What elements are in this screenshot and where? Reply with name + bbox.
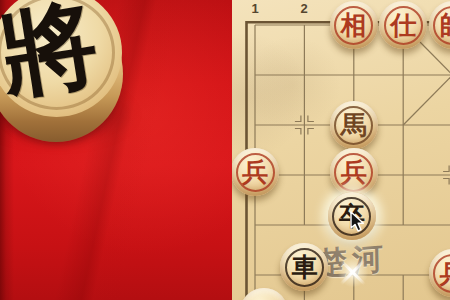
piece-車[interactable]: 車	[280, 243, 328, 291]
piece-glyph: 兵	[330, 148, 378, 196]
piece-兵[interactable]: 兵	[232, 148, 279, 196]
piece-glyph: 帥	[429, 1, 450, 49]
file-label-2: 2	[297, 1, 311, 16]
piece-glyph: 仕	[379, 1, 427, 49]
photo-panel: 將	[0, 0, 232, 300]
piece-glyph: 兵	[232, 148, 279, 196]
piece-glyph: 相	[330, 1, 378, 49]
piece-相[interactable]: 相	[330, 1, 378, 49]
piece-帥[interactable]: 帥	[429, 1, 450, 49]
piece-兵[interactable]: 兵	[429, 249, 450, 297]
piece-glyph: 卒	[328, 192, 376, 240]
piece-馬[interactable]: 馬	[330, 101, 378, 149]
file-label-1: 1	[248, 1, 262, 16]
piece-仕[interactable]: 仕	[379, 1, 427, 49]
piece-glyph: 兵	[429, 249, 450, 297]
xiangqi-board[interactable]: 1 2 楚河 相仕帥馬兵兵卒車兵	[232, 0, 450, 300]
piece-卒[interactable]: 卒	[328, 192, 376, 240]
black-general-glyph: 將	[0, 0, 125, 124]
piece-glyph: 馬	[330, 101, 378, 149]
piece-edge[interactable]	[240, 288, 288, 300]
screenshot: 將	[0, 0, 450, 300]
piece-兵[interactable]: 兵	[330, 148, 378, 196]
piece-glyph	[240, 288, 288, 300]
river-text: 楚河	[316, 235, 416, 286]
piece-glyph: 車	[280, 243, 328, 291]
